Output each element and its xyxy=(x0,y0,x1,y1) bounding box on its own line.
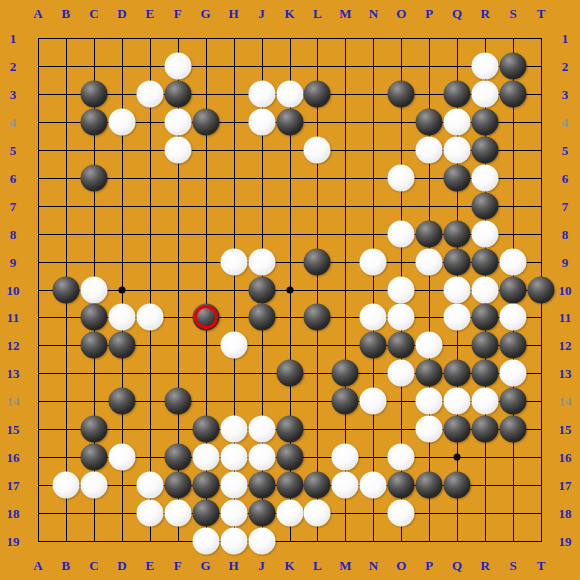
stone-black xyxy=(444,248,471,275)
coord-label-row-right: 7 xyxy=(562,199,569,212)
stone-white xyxy=(388,220,415,247)
stone-white xyxy=(164,136,191,163)
stone-black xyxy=(472,304,499,331)
stone-black xyxy=(248,276,275,303)
coord-label-column-top: A xyxy=(33,7,42,20)
stone-white xyxy=(192,528,219,555)
stone-black xyxy=(388,80,415,107)
stone-white xyxy=(360,472,387,499)
stone-black xyxy=(164,388,191,415)
coord-label-column-top: C xyxy=(89,7,98,20)
stone-white xyxy=(472,220,499,247)
stone-black xyxy=(164,472,191,499)
stone-black xyxy=(500,52,527,79)
stone-white xyxy=(164,500,191,527)
coord-label-column-bottom: G xyxy=(201,559,211,572)
stone-black xyxy=(304,248,331,275)
coord-label-row-right: 5 xyxy=(562,143,569,156)
coord-label-column-bottom: T xyxy=(537,559,546,572)
stone-black xyxy=(276,444,303,471)
coord-label-row-left: 1 xyxy=(10,32,17,45)
coord-label-column-bottom: B xyxy=(62,559,71,572)
star-point xyxy=(118,286,125,293)
stone-black xyxy=(108,332,135,359)
stone-white xyxy=(220,248,247,275)
stone-white xyxy=(108,444,135,471)
stone-white xyxy=(136,304,163,331)
stone-white xyxy=(444,304,471,331)
coord-label-column-bottom: M xyxy=(339,559,351,572)
stone-white xyxy=(220,416,247,443)
coord-label-column-bottom: P xyxy=(425,559,433,572)
coord-label-row-right: 10 xyxy=(559,283,572,296)
stone-white xyxy=(416,416,443,443)
stone-white xyxy=(276,80,303,107)
coord-label-row-left: 5 xyxy=(10,143,17,156)
stone-white xyxy=(248,528,275,555)
coord-label-column-bottom: A xyxy=(33,559,42,572)
stone-black xyxy=(80,108,107,135)
stone-white xyxy=(108,304,135,331)
grid-line-vertical xyxy=(373,38,374,542)
stone-black xyxy=(472,248,499,275)
grid-line-horizontal xyxy=(38,541,542,542)
coord-label-row-right: 3 xyxy=(562,87,569,100)
stone-white xyxy=(248,416,275,443)
stone-white xyxy=(136,472,163,499)
stone-white xyxy=(192,444,219,471)
stone-black xyxy=(416,360,443,387)
coord-label-column-bottom: N xyxy=(369,559,378,572)
coord-label-column-top: P xyxy=(425,7,433,20)
stone-black xyxy=(192,416,219,443)
coord-label-row-left: 18 xyxy=(7,507,20,520)
stone-white xyxy=(388,304,415,331)
coord-label-row-right: 6 xyxy=(562,171,569,184)
coord-label-column-top: J xyxy=(258,7,265,20)
coord-label-row-right: 9 xyxy=(562,255,569,268)
stone-white xyxy=(472,52,499,79)
stone-white xyxy=(500,248,527,275)
stone-white xyxy=(248,80,275,107)
stone-black xyxy=(80,80,107,107)
stone-white xyxy=(388,500,415,527)
coord-label-column-bottom: Q xyxy=(452,559,462,572)
stone-white xyxy=(80,472,107,499)
stone-black xyxy=(500,276,527,303)
stone-black xyxy=(332,360,359,387)
coord-label-column-top: K xyxy=(284,7,294,20)
stone-white xyxy=(444,108,471,135)
coord-label-row-left: 10 xyxy=(7,283,20,296)
coord-label-column-bottom: S xyxy=(509,559,516,572)
stone-white xyxy=(220,528,247,555)
coord-label-row-right: 11 xyxy=(559,311,571,324)
stone-black xyxy=(80,444,107,471)
stone-black xyxy=(444,360,471,387)
stone-white xyxy=(360,248,387,275)
coord-label-row-right: 16 xyxy=(559,451,572,464)
coord-label-column-bottom: R xyxy=(480,559,489,572)
stone-white xyxy=(332,444,359,471)
stone-white xyxy=(416,332,443,359)
coord-label-column-bottom: H xyxy=(229,559,239,572)
stone-black xyxy=(248,500,275,527)
coord-label-row-right: 18 xyxy=(559,507,572,520)
coord-label-row-left: 8 xyxy=(10,227,17,240)
stone-white xyxy=(248,248,275,275)
stone-black xyxy=(472,360,499,387)
stone-white xyxy=(416,248,443,275)
coord-label-row-left: 2 xyxy=(10,59,17,72)
stone-white xyxy=(472,276,499,303)
coord-label-row-left: 4 xyxy=(10,115,17,128)
stone-white xyxy=(52,472,79,499)
stone-white xyxy=(220,472,247,499)
stone-black xyxy=(472,332,499,359)
coord-label-row-left: 11 xyxy=(7,311,19,324)
stone-black xyxy=(108,388,135,415)
coord-label-row-right: 13 xyxy=(559,367,572,380)
coord-label-column-top: O xyxy=(396,7,406,20)
stone-black xyxy=(416,220,443,247)
stone-black xyxy=(360,332,387,359)
coord-label-row-left: 17 xyxy=(7,479,20,492)
stone-black xyxy=(304,80,331,107)
stone-white xyxy=(388,360,415,387)
stone-white xyxy=(500,360,527,387)
coord-label-row-right: 12 xyxy=(559,339,572,352)
coord-label-row-left: 15 xyxy=(7,423,20,436)
stone-black xyxy=(248,472,275,499)
coord-label-row-left: 6 xyxy=(10,171,17,184)
stone-white xyxy=(360,388,387,415)
stone-white xyxy=(164,108,191,135)
stone-white xyxy=(416,388,443,415)
stone-black xyxy=(500,80,527,107)
stone-black xyxy=(304,472,331,499)
coord-label-column-bottom: K xyxy=(284,559,294,572)
stone-white xyxy=(472,80,499,107)
coord-label-row-left: 3 xyxy=(10,87,17,100)
stone-white xyxy=(136,80,163,107)
coord-label-column-top: Q xyxy=(452,7,462,20)
stone-white xyxy=(304,500,331,527)
coord-label-column-bottom: L xyxy=(313,559,322,572)
stone-white xyxy=(444,136,471,163)
stone-black xyxy=(388,332,415,359)
stone-black xyxy=(444,164,471,191)
coord-label-column-top: D xyxy=(117,7,126,20)
stone-black xyxy=(528,276,555,303)
star-point xyxy=(286,286,293,293)
stone-black xyxy=(444,220,471,247)
star-point xyxy=(454,454,461,461)
stone-white xyxy=(388,444,415,471)
stone-white xyxy=(220,444,247,471)
coord-label-row-right: 4 xyxy=(562,115,569,128)
stone-white xyxy=(416,136,443,163)
stone-black xyxy=(276,472,303,499)
coord-label-row-right: 1 xyxy=(562,32,569,45)
coord-label-row-right: 8 xyxy=(562,227,569,240)
stone-white xyxy=(108,108,135,135)
coord-label-column-top: L xyxy=(313,7,322,20)
coord-label-column-bottom: J xyxy=(258,559,265,572)
coord-label-column-top: T xyxy=(537,7,546,20)
stone-white xyxy=(164,52,191,79)
stone-black xyxy=(444,416,471,443)
stone-black xyxy=(192,472,219,499)
stone-white xyxy=(248,108,275,135)
stone-white xyxy=(472,164,499,191)
coord-label-column-top: E xyxy=(145,7,154,20)
coord-label-row-left: 7 xyxy=(10,199,17,212)
last-move-marker xyxy=(194,305,218,329)
stone-black xyxy=(500,332,527,359)
coord-label-row-left: 16 xyxy=(7,451,20,464)
stone-white xyxy=(332,472,359,499)
coord-label-row-left: 12 xyxy=(7,339,20,352)
stone-black xyxy=(472,108,499,135)
stone-black xyxy=(164,80,191,107)
grid-line-vertical xyxy=(317,38,318,542)
coord-label-column-top: R xyxy=(480,7,489,20)
stone-white xyxy=(360,304,387,331)
stone-black xyxy=(500,416,527,443)
coord-label-row-left: 9 xyxy=(10,255,17,268)
stone-black xyxy=(416,108,443,135)
stone-white xyxy=(388,164,415,191)
coord-label-column-top: G xyxy=(201,7,211,20)
coord-label-column-top: M xyxy=(339,7,351,20)
stone-black xyxy=(444,472,471,499)
coord-label-row-left: 13 xyxy=(7,367,20,380)
coord-label-column-bottom: E xyxy=(145,559,154,572)
stone-white xyxy=(220,332,247,359)
stone-white xyxy=(276,500,303,527)
stone-black xyxy=(52,276,79,303)
go-board[interactable]: AABBCCDDEEFFGGHHJJKKLLMMNNOOPPQQRRSSTT11… xyxy=(0,0,580,580)
coord-label-row-left: 19 xyxy=(7,535,20,548)
stone-black xyxy=(416,472,443,499)
stone-black xyxy=(304,304,331,331)
coord-label-row-right: 14 xyxy=(559,395,572,408)
stone-black xyxy=(472,192,499,219)
stone-white xyxy=(248,444,275,471)
stone-black xyxy=(276,108,303,135)
coord-label-row-right: 2 xyxy=(562,59,569,72)
coord-label-column-bottom: D xyxy=(117,559,126,572)
coord-label-column-bottom: F xyxy=(174,559,182,572)
stone-white xyxy=(444,276,471,303)
coord-label-column-top: F xyxy=(174,7,182,20)
stone-white xyxy=(136,500,163,527)
stone-black xyxy=(164,444,191,471)
coord-label-row-right: 19 xyxy=(559,535,572,548)
stone-white xyxy=(500,304,527,331)
stone-black xyxy=(192,500,219,527)
stone-black xyxy=(248,304,275,331)
coord-label-column-bottom: C xyxy=(89,559,98,572)
stone-black xyxy=(80,416,107,443)
coord-label-column-top: N xyxy=(369,7,378,20)
stone-black xyxy=(80,332,107,359)
stone-black xyxy=(472,416,499,443)
coord-label-column-top: S xyxy=(509,7,516,20)
stone-black xyxy=(444,80,471,107)
stone-white xyxy=(388,276,415,303)
stone-white xyxy=(220,500,247,527)
stone-black xyxy=(388,472,415,499)
stone-black xyxy=(276,360,303,387)
coord-label-row-left: 14 xyxy=(7,395,20,408)
stone-white xyxy=(444,388,471,415)
coord-label-column-bottom: O xyxy=(396,559,406,572)
stone-white xyxy=(472,388,499,415)
stone-black xyxy=(80,164,107,191)
stone-black xyxy=(472,136,499,163)
stone-white xyxy=(304,136,331,163)
coord-label-row-right: 17 xyxy=(559,479,572,492)
stone-black xyxy=(80,304,107,331)
stone-black xyxy=(192,108,219,135)
coord-label-column-top: H xyxy=(229,7,239,20)
stone-black xyxy=(276,416,303,443)
stone-black xyxy=(500,388,527,415)
stone-black xyxy=(332,388,359,415)
coord-label-column-top: B xyxy=(62,7,71,20)
stone-white xyxy=(80,276,107,303)
coord-label-row-right: 15 xyxy=(559,423,572,436)
